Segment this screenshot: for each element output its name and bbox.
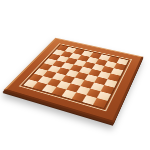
playing-field [22, 45, 130, 110]
frame-inlay-line [19, 43, 132, 111]
product-photo-background [0, 0, 150, 150]
chessboard [4, 38, 144, 123]
square [93, 98, 108, 108]
chessboard-shadow-wrap [26, 19, 132, 125]
